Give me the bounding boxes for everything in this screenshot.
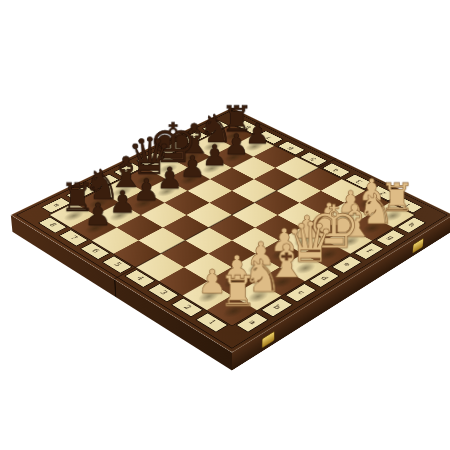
coordinate-label: 7	[69, 235, 79, 240]
chess-set-photo: abcdefgh abcdefgh 87654321 87654321 ♜♞♝♛…	[0, 0, 450, 450]
coordinate-label: 6	[287, 146, 296, 151]
brass-latch	[262, 331, 275, 349]
coordinate-label: 1	[206, 319, 217, 325]
chess-board: abcdefgh abcdefgh 87654321 87654321 ♜♞♝♛…	[11, 108, 450, 353]
coordinate-label: 5	[309, 157, 318, 162]
play-area: ♜♞♝♛♚♝♞♜♟♟♟♟♟♟♟♟♟♟♟♟♟♟♟♟♜♞♝♛♚♝♞♜	[50, 125, 414, 325]
coordinate-label: 4	[135, 275, 145, 281]
coordinate-label: a	[247, 319, 257, 325]
white-rook[interactable]: ♜	[176, 271, 298, 314]
fold-seam-side	[114, 279, 116, 297]
coordinate-label: 5	[112, 262, 122, 268]
coordinate-label: 4	[332, 168, 341, 173]
black-pawn[interactable]: ♟	[41, 199, 153, 230]
coordinate-label: 6	[90, 248, 100, 254]
brass-latch	[412, 238, 423, 254]
board-face: abcdefgh abcdefgh 87654321 87654321 ♜♞♝♛…	[11, 108, 450, 353]
